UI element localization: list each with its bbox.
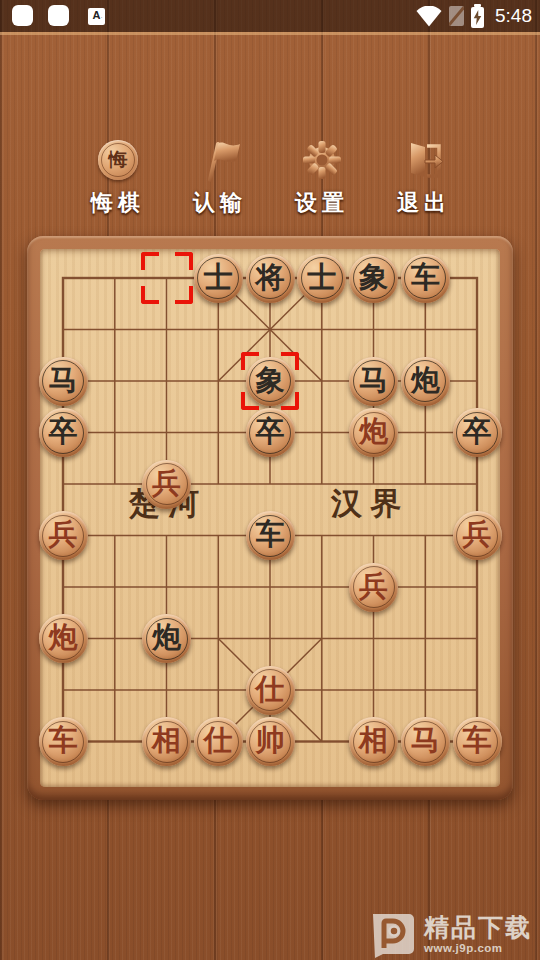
piece-glyph: 兵 [463, 520, 492, 549]
xiangqi-piece-red-兵[interactable]: 兵 [453, 511, 502, 560]
piece-glyph: 马 [411, 726, 440, 755]
xiangqi-piece-red-兵[interactable]: 兵 [39, 511, 88, 560]
xiangqi-piece-black-卒[interactable]: 卒 [246, 408, 295, 457]
xiangqi-piece-red-相[interactable]: 相 [349, 717, 398, 766]
status-bar: A... 5:48 [0, 0, 540, 32]
piece-glyph: 卒 [49, 417, 78, 446]
piece-glyph: 仕 [256, 675, 285, 704]
piece-glyph: 炮 [49, 623, 78, 652]
piece-glyph: 马 [359, 366, 388, 395]
xiangqi-piece-red-仕[interactable]: 仕 [194, 717, 243, 766]
xiangqi-piece-black-炮[interactable]: 炮 [401, 357, 450, 406]
piece-glyph: 象 [256, 366, 285, 395]
xiangqi-piece-red-仕[interactable]: 仕 [246, 666, 295, 715]
piece-glyph: 仕 [204, 726, 233, 755]
xiangqi-piece-black-车[interactable]: 车 [401, 254, 450, 303]
ime-a-icon: A... [88, 8, 105, 25]
piece-glyph: 兵 [152, 469, 181, 498]
watermark: 精品下载 www.j9p.com [369, 910, 532, 958]
notification-icon [12, 5, 33, 26]
piece-glyph: 相 [152, 726, 181, 755]
wifi-icon [416, 6, 442, 27]
exit-icon [401, 137, 447, 183]
gear-icon [299, 137, 345, 183]
notification-icon [48, 5, 69, 26]
xiangqi-piece-black-象[interactable]: 象 [349, 254, 398, 303]
xiangqi-piece-black-士[interactable]: 士 [297, 254, 346, 303]
piece-glyph: 炮 [411, 366, 440, 395]
xiangqi-piece-red-兵[interactable]: 兵 [349, 563, 398, 612]
xiangqi-piece-black-卒[interactable]: 卒 [453, 408, 502, 457]
battery-charging-icon [471, 7, 484, 28]
piece-glyph: 将 [256, 263, 285, 292]
piece-glyph: 车 [463, 726, 492, 755]
piece-glyph: 车 [256, 520, 285, 549]
piece-glyph: 车 [411, 263, 440, 292]
undo-label: 悔棋 [72, 188, 164, 218]
no-sim-icon [449, 6, 464, 26]
piece-glyph: 炮 [152, 623, 181, 652]
status-time: 5:48 [495, 5, 532, 27]
xiangqi-piece-red-炮[interactable]: 炮 [349, 408, 398, 457]
exit-label: 退出 [378, 188, 470, 218]
piece-glyph: 车 [49, 726, 78, 755]
resign-label: 认输 [174, 188, 266, 218]
watermark-title: 精品下载 [424, 915, 532, 940]
xiangqi-piece-black-将[interactable]: 将 [246, 254, 295, 303]
piece-glyph: 帅 [256, 726, 285, 755]
exit-button[interactable]: 退出 [378, 136, 470, 218]
piece-glyph: 象 [359, 263, 388, 292]
xiangqi-piece-red-马[interactable]: 马 [401, 717, 450, 766]
piece-glyph: 兵 [49, 520, 78, 549]
undo-piece-icon: 悔 [98, 140, 138, 180]
piece-glyph: 兵 [359, 572, 388, 601]
resign-button[interactable]: 认输 [174, 136, 266, 218]
xiangqi-piece-black-卒[interactable]: 卒 [39, 408, 88, 457]
xiangqi-piece-black-象[interactable]: 象 [246, 357, 295, 406]
piece-glyph: 卒 [256, 417, 285, 446]
xiangqi-piece-red-车[interactable]: 车 [39, 717, 88, 766]
piece-glyph: 士 [204, 263, 233, 292]
xiangqi-piece-red-帅[interactable]: 帅 [246, 717, 295, 766]
xiangqi-piece-red-相[interactable]: 相 [142, 717, 191, 766]
undo-button[interactable]: 悔 悔棋 [72, 136, 164, 218]
xiangqi-piece-black-马[interactable]: 马 [349, 357, 398, 406]
xiangqi-piece-red-兵[interactable]: 兵 [142, 460, 191, 509]
xiangqi-piece-black-士[interactable]: 士 [194, 254, 243, 303]
xiangqi-piece-black-车[interactable]: 车 [246, 511, 295, 560]
watermark-logo-icon [369, 910, 415, 958]
piece-glyph: 炮 [359, 417, 388, 446]
piece-glyph: 卒 [463, 417, 492, 446]
settings-label: 设置 [276, 188, 368, 218]
xiangqi-piece-red-炮[interactable]: 炮 [39, 614, 88, 663]
piece-glyph: 士 [307, 263, 336, 292]
piece-glyph: 相 [359, 726, 388, 755]
wood-highlight [0, 32, 540, 35]
settings-button[interactable]: 设置 [276, 136, 368, 218]
xiangqi-piece-red-车[interactable]: 车 [453, 717, 502, 766]
xiangqi-piece-black-马[interactable]: 马 [39, 357, 88, 406]
flag-icon [197, 137, 243, 183]
watermark-url: www.j9p.com [424, 942, 532, 954]
xiangqi-piece-black-炮[interactable]: 炮 [142, 614, 191, 663]
piece-glyph: 马 [49, 366, 78, 395]
